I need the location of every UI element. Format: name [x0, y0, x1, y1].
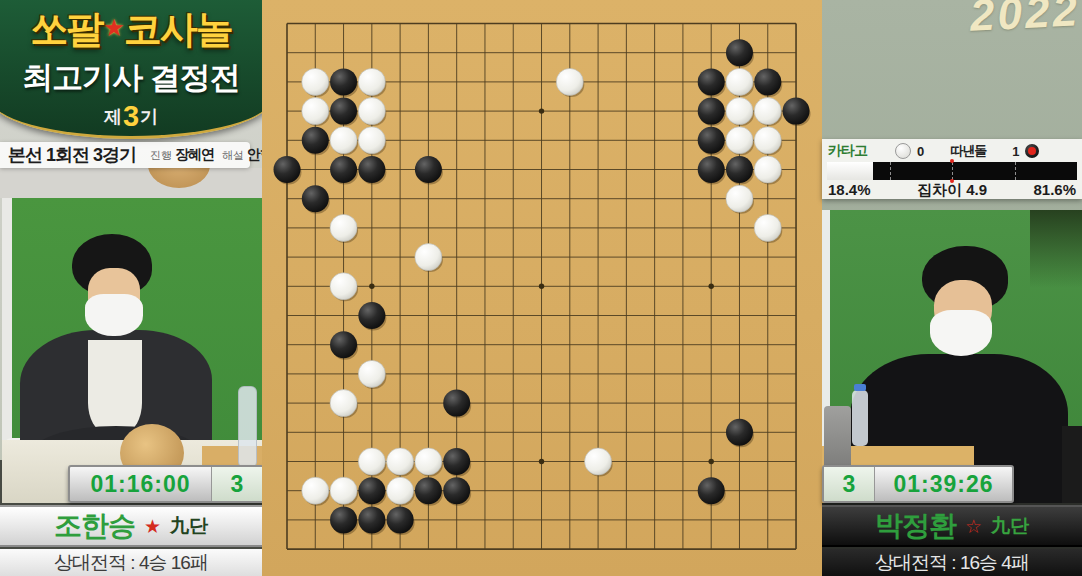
- white-stone-icon: [895, 143, 911, 159]
- white-stone: [302, 68, 329, 95]
- black-stone: [330, 98, 357, 125]
- black-stone: [698, 98, 725, 125]
- white-stone: [754, 156, 781, 183]
- white-stone: [302, 477, 329, 504]
- white-stone: [387, 448, 414, 475]
- black-captures-count: 1: [1012, 144, 1019, 159]
- white-stone: [358, 98, 385, 125]
- white-captures-count: 0: [917, 144, 924, 159]
- black-stone: [754, 68, 781, 95]
- captures-label: 따낸돌: [950, 142, 986, 160]
- white-stone: [726, 68, 753, 95]
- katago-winrate-row: 18.4% 집차이 4.9 81.6%: [828, 181, 1076, 200]
- left-clock-time: 01:16:00: [70, 471, 211, 498]
- right-player-name: 박정환: [875, 507, 956, 545]
- white-stone: [726, 127, 753, 154]
- title-right: 코사놀: [124, 8, 232, 50]
- white-stone: [358, 360, 385, 387]
- left-player-name: 조한승: [54, 507, 135, 545]
- right-player-clock: 3 01:39:26: [822, 465, 1014, 503]
- center-tick-top: [950, 159, 954, 163]
- black-stone: [443, 390, 470, 417]
- score-lead: 집차이 4.9: [917, 181, 987, 200]
- water-bottle: [238, 386, 257, 468]
- white-stone: [330, 273, 357, 300]
- white-stone: [754, 127, 781, 154]
- right-player-star-icon: ☆: [965, 515, 982, 538]
- black-stone: [698, 127, 725, 154]
- black-stone: [698, 68, 725, 95]
- white-stone: [358, 448, 385, 475]
- round-label: 본선 1회전 3경기: [8, 143, 136, 167]
- right-player-nameplate: 박정환 ☆ 九단: [822, 505, 1082, 547]
- black-stone: [726, 156, 753, 183]
- white-stone: [415, 448, 442, 475]
- banner-star-icon: ★: [102, 14, 124, 41]
- edition-suffix: 기: [140, 107, 158, 127]
- black-stone: [330, 506, 357, 533]
- edition-number: 3: [122, 100, 140, 132]
- left-clock-periods: 3: [211, 467, 262, 501]
- gray-cup: [824, 406, 851, 472]
- water-bottle: [852, 390, 868, 446]
- white-stone: [358, 68, 385, 95]
- white-stone: [754, 98, 781, 125]
- black-stone: [358, 302, 385, 329]
- black-stone: [698, 156, 725, 183]
- black-stone: [415, 477, 442, 504]
- white-stone: [726, 185, 753, 212]
- bar-gridline-75: [1015, 162, 1016, 180]
- black-winrate: 81.6%: [1033, 181, 1076, 200]
- black-stone: [387, 506, 414, 533]
- black-stone: [302, 185, 329, 212]
- tournament-title-line2: 최고기사 결정전: [0, 57, 272, 99]
- left-player-video: [2, 198, 262, 503]
- left-player-rank: 九단: [170, 513, 208, 539]
- left-player-shirt: [88, 340, 142, 432]
- black-stone: [726, 39, 753, 66]
- black-stone: [443, 477, 470, 504]
- black-stone: [726, 419, 753, 446]
- right-player-video: [822, 210, 1082, 503]
- black-stone: [698, 477, 725, 504]
- go-board: [262, 0, 822, 576]
- match-info-strip: 본선 1회전 3경기 진행 장혜연 해설 안형준: [0, 142, 250, 168]
- black-stone: [274, 156, 301, 183]
- white-stone: [387, 477, 414, 504]
- right-clock-time: 01:39:26: [875, 471, 1012, 498]
- black-stone: [443, 448, 470, 475]
- black-stone: [358, 156, 385, 183]
- white-stone: [585, 448, 612, 475]
- black-stone: [330, 331, 357, 358]
- black-stone: [358, 477, 385, 504]
- tournament-banner: 쏘팔★코사놀 최고기사 결정전 제3기: [0, 0, 272, 139]
- black-stone: [302, 127, 329, 154]
- tournament-edition: 제3기: [0, 100, 272, 133]
- left-studio-gap: [0, 168, 262, 198]
- right-player-record: 상대전적 : 16승 4패: [822, 549, 1082, 576]
- bottle-cap: [854, 384, 866, 391]
- right-player-mask: [930, 310, 992, 356]
- left-panel: 쏘팔★코사놀 최고기사 결정전 제3기 본선 1회전 3경기 진행 장혜연 해설…: [0, 0, 262, 576]
- host-label: 진행: [150, 148, 172, 163]
- year-overlay: 2022: [969, 0, 1081, 41]
- dark-edge: [1062, 426, 1082, 503]
- commentator-label: 해설: [222, 148, 244, 163]
- bar-gridline-50: [952, 162, 953, 180]
- black-stone-icon: [1025, 144, 1039, 158]
- left-player-clock: 01:16:00 3: [68, 465, 264, 503]
- left-player-star-icon: ★: [144, 515, 161, 538]
- wall-dark-corner: [1030, 210, 1082, 288]
- right-clock-periods: 3: [824, 467, 875, 501]
- black-stone: [358, 506, 385, 533]
- white-stone: [330, 127, 357, 154]
- winrate-bar-white-fill: [827, 162, 873, 180]
- white-stone: [556, 68, 583, 95]
- white-stone: [330, 477, 357, 504]
- capture-marker-icon: [1028, 147, 1036, 155]
- tournament-title-line1: 쏘팔★코사놀: [0, 4, 272, 55]
- title-left: 쏘팔: [30, 8, 102, 50]
- edition-prefix: 제: [104, 107, 122, 127]
- left-player-mask: [85, 294, 143, 336]
- black-stone: [330, 156, 357, 183]
- white-stone: [754, 214, 781, 241]
- white-stone: [358, 127, 385, 154]
- black-stone: [783, 98, 810, 125]
- white-stone: [330, 214, 357, 241]
- host-name: 장혜연: [175, 146, 214, 164]
- katago-title: 카타고: [828, 142, 867, 160]
- left-player-record: 상대전적 : 4승 16패: [0, 549, 262, 576]
- black-stone: [415, 156, 442, 183]
- white-stone: [330, 390, 357, 417]
- wooden-bowl-lid: [148, 168, 210, 188]
- black-stone: [330, 68, 357, 95]
- right-player-rank: 九단: [991, 513, 1029, 539]
- left-player-nameplate: 조한승 ★ 九단: [0, 505, 262, 547]
- katago-capture-row: 카타고 0 따낸돌 1: [828, 141, 1076, 161]
- katago-eval-panel: 카타고 0 따낸돌 1 18.4% 집차이 4.9 81.6%: [822, 139, 1082, 199]
- white-winrate: 18.4%: [828, 181, 871, 200]
- white-stone: [302, 98, 329, 125]
- winrate-bar: [827, 162, 1077, 180]
- bar-gridline-25: [890, 162, 891, 180]
- white-stone: [726, 98, 753, 125]
- white-stone: [415, 244, 442, 271]
